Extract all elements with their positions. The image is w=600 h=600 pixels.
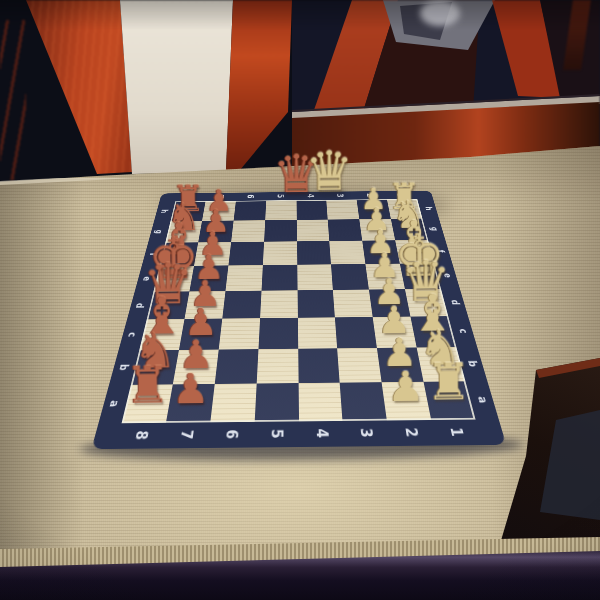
- offboard-white-queen: ♛: [305, 145, 354, 200]
- piece-black-rook-a8: ♜: [125, 361, 171, 412]
- pieces-layer: ♜♟♜♟♞♟♞♟♝♟♝♟♛♟♛♟♚♟♚♟♝♟♝♟♞♟♞♟♜♟♜♟♛♛: [0, 0, 600, 600]
- board-scene: 8877665544332211aabbccddeeffgghh ♜♟♜♟♞♟♞…: [0, 0, 600, 600]
- piece-black-pawn-a7: ♟: [172, 370, 209, 412]
- piece-white-rook-a1: ♜: [426, 358, 472, 409]
- photo-stage: 8877665544332211aabbccddeeffgghh ♜♟♜♟♞♟♞…: [0, 0, 600, 600]
- piece-white-pawn-a2: ♟: [387, 367, 424, 409]
